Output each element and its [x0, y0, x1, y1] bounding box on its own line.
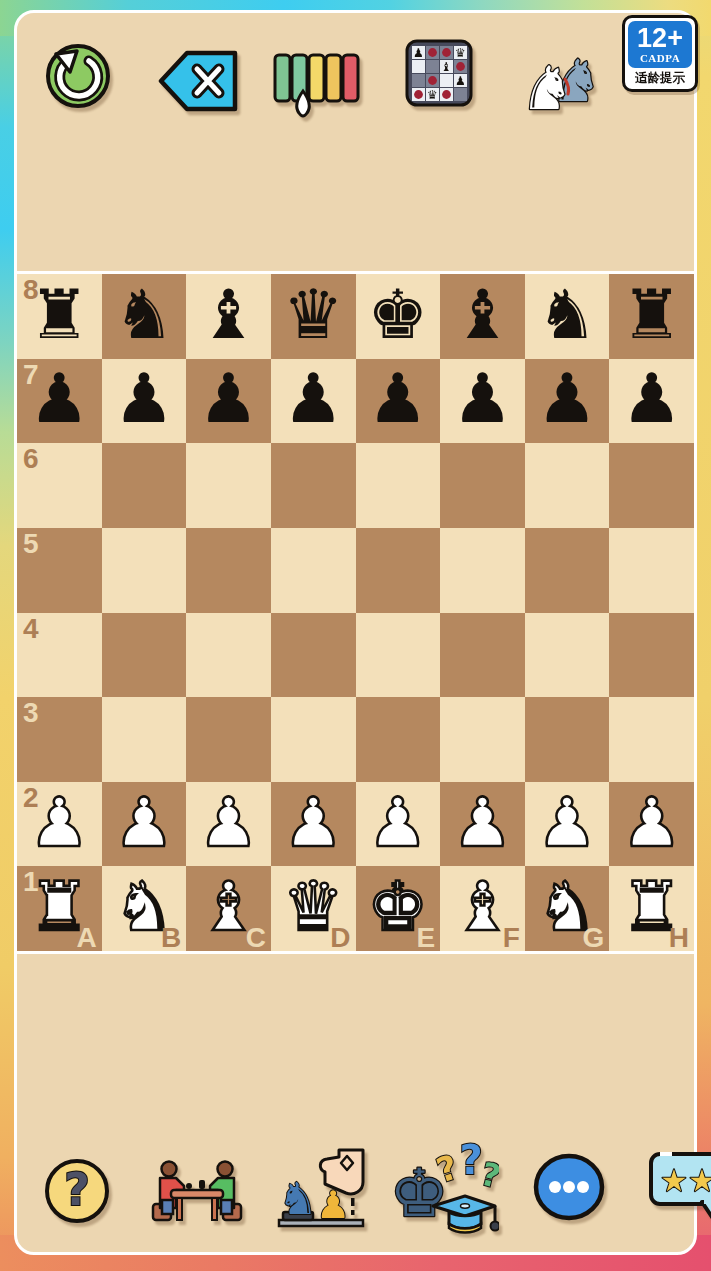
black-knight: ♞	[537, 281, 598, 352]
black-pawn: ♟	[621, 365, 682, 436]
two-knights-button[interactable]: ♞ ♞	[513, 37, 611, 117]
square-b4[interactable]	[102, 613, 187, 698]
square-f1[interactable]: F♝	[440, 866, 525, 951]
square-c7[interactable]: ♟	[186, 359, 271, 444]
svg-text:♝: ♝	[441, 60, 452, 74]
color-meter-icon	[269, 51, 365, 123]
black-pawn: ♟	[452, 365, 513, 436]
backspace-icon	[157, 47, 241, 115]
square-h3[interactable]	[609, 697, 694, 782]
svg-text:★: ★	[689, 1163, 711, 1198]
square-e7[interactable]: ♟	[356, 359, 441, 444]
file-label: B	[161, 922, 181, 954]
square-d7[interactable]: ♟	[271, 359, 356, 444]
review-button[interactable]: ★ ★	[648, 1146, 711, 1226]
svg-text:♟: ♟	[455, 74, 466, 88]
hand-move-piece-icon: ♞ ♟	[275, 1144, 367, 1232]
black-bishop: ♝	[198, 281, 259, 352]
hand-move-piece-button[interactable]: ♞ ♟	[275, 1144, 367, 1232]
square-e4[interactable]	[356, 613, 441, 698]
square-g2[interactable]: ♟	[525, 782, 610, 867]
square-h4[interactable]	[609, 613, 694, 698]
square-e5[interactable]	[356, 528, 441, 613]
square-b3[interactable]	[102, 697, 187, 782]
file-label: C	[246, 922, 266, 954]
svg-text:?: ?	[459, 1138, 482, 1183]
black-pawn: ♟	[113, 365, 174, 436]
square-b1[interactable]: B♞	[102, 866, 187, 951]
rank-label: 5	[23, 528, 39, 560]
svg-text:♛: ♛	[455, 46, 466, 60]
square-b8[interactable]: ♞	[102, 274, 187, 359]
file-label: F	[503, 922, 520, 954]
black-rook: ♜	[621, 281, 682, 352]
age-rating-blue-box: 12+ CADPA	[628, 21, 692, 68]
rank-label: 6	[23, 443, 39, 475]
chess-learning-button[interactable]: ♚ ? ? ?	[389, 1138, 499, 1238]
square-g3[interactable]	[525, 697, 610, 782]
app-panel: ♟ ♛ ♝ ♟ ♛ ♞ ♞ 12+ CADPA 适龄提示 8♜	[14, 10, 697, 1255]
help-icon: ?	[42, 1156, 112, 1226]
review-bubble-icon: ★ ★	[648, 1146, 711, 1226]
rank-label: 7	[23, 359, 39, 391]
square-h2[interactable]: ♟	[609, 782, 694, 867]
square-h5[interactable]	[609, 528, 694, 613]
svg-text:♟: ♟	[413, 46, 424, 60]
square-f2[interactable]: ♟	[440, 782, 525, 867]
square-a3[interactable]: 3	[17, 697, 102, 782]
square-c1[interactable]: C♝	[186, 866, 271, 951]
black-knight: ♞	[113, 281, 174, 352]
square-g8[interactable]: ♞	[525, 274, 610, 359]
white-pawn: ♟	[452, 789, 513, 860]
square-c3[interactable]	[186, 697, 271, 782]
black-bishop: ♝	[452, 281, 513, 352]
square-g7[interactable]: ♟	[525, 359, 610, 444]
square-h1[interactable]: H♜	[609, 866, 694, 951]
top-toolbar: ♟ ♛ ♝ ♟ ♛ ♞ ♞ 12+ CADPA 适龄提示	[17, 13, 694, 271]
backspace-button[interactable]	[157, 47, 241, 115]
square-b7[interactable]: ♟	[102, 359, 187, 444]
square-d8[interactable]: ♛	[271, 274, 356, 359]
file-label: H	[669, 922, 689, 954]
restart-icon	[43, 41, 113, 111]
file-label: A	[76, 922, 96, 954]
square-f8[interactable]: ♝	[440, 274, 525, 359]
white-pawn: ♟	[621, 789, 682, 860]
age-rating-badge: 12+ CADPA 适龄提示	[622, 15, 698, 92]
white-pawn: ♟	[537, 789, 598, 860]
file-label: E	[416, 922, 435, 954]
square-f6[interactable]	[440, 443, 525, 528]
file-label: D	[330, 922, 350, 954]
players-table-icon	[147, 1144, 247, 1232]
black-pawn: ♟	[367, 365, 428, 436]
two-knights-icon: ♞ ♞	[513, 37, 611, 117]
black-pawn: ♟	[537, 365, 598, 436]
white-pawn: ♟	[198, 789, 259, 860]
square-h7[interactable]: ♟	[609, 359, 694, 444]
square-c6[interactable]	[186, 443, 271, 528]
square-c8[interactable]: ♝	[186, 274, 271, 359]
file-label: G	[583, 922, 605, 954]
svg-text:★: ★	[661, 1163, 688, 1198]
restart-button[interactable]	[43, 41, 113, 111]
mini-chessboard-icon: ♟ ♛ ♝ ♟ ♛	[405, 39, 473, 107]
help-button[interactable]: ?	[42, 1156, 112, 1226]
age-rating-label: 适龄提示	[628, 68, 692, 88]
square-f4[interactable]	[440, 613, 525, 698]
square-b5[interactable]	[102, 528, 187, 613]
square-b6[interactable]	[102, 443, 187, 528]
square-b2[interactable]: ♟	[102, 782, 187, 867]
square-e2[interactable]: ♟	[356, 782, 441, 867]
rank-label: 1	[23, 866, 39, 898]
square-e1[interactable]: E♚	[356, 866, 441, 951]
square-g1[interactable]: G♞	[525, 866, 610, 951]
chat-button[interactable]	[529, 1150, 609, 1224]
square-a7[interactable]: 7♟	[17, 359, 102, 444]
square-g6[interactable]	[525, 443, 610, 528]
square-c5[interactable]	[186, 528, 271, 613]
white-pawn: ♟	[113, 789, 174, 860]
age-rating-text: 12+	[628, 24, 692, 52]
square-a2[interactable]: 2♟	[17, 782, 102, 867]
square-f7[interactable]: ♟	[440, 359, 525, 444]
square-f5[interactable]	[440, 528, 525, 613]
square-d4[interactable]	[271, 613, 356, 698]
black-pawn: ♟	[198, 365, 259, 436]
square-a5[interactable]: 5	[17, 528, 102, 613]
square-a1[interactable]: 1A♜	[17, 866, 102, 951]
svg-text:♞: ♞	[520, 53, 574, 117]
black-queen: ♛	[283, 281, 344, 352]
square-d1[interactable]: D♛	[271, 866, 356, 951]
players-table-button[interactable]	[147, 1144, 247, 1232]
square-c4[interactable]	[186, 613, 271, 698]
svg-text:♛: ♛	[427, 88, 438, 102]
rank-label: 3	[23, 697, 39, 729]
svg-text:♞: ♞	[278, 1173, 317, 1224]
square-e8[interactable]: ♚	[356, 274, 441, 359]
square-a8[interactable]: 8♜	[17, 274, 102, 359]
square-g4[interactable]	[525, 613, 610, 698]
white-pawn: ♟	[283, 789, 344, 860]
black-pawn: ♟	[283, 365, 344, 436]
rank-label: 2	[23, 782, 39, 814]
square-e6[interactable]	[356, 443, 441, 528]
bottom-toolbar: ? ♞	[17, 954, 694, 1252]
mini-chessboard-button[interactable]: ♟ ♛ ♝ ♟ ♛	[405, 39, 473, 107]
black-king: ♚	[367, 281, 428, 352]
square-a4[interactable]: 4	[17, 613, 102, 698]
square-d6[interactable]	[271, 443, 356, 528]
square-f3[interactable]	[440, 697, 525, 782]
white-pawn: ♟	[367, 789, 428, 860]
age-rating-org: CADPA	[628, 52, 692, 64]
color-meter-button[interactable]	[269, 51, 365, 123]
square-c2[interactable]: ♟	[186, 782, 271, 867]
rank-label: 8	[23, 274, 39, 306]
square-h8[interactable]: ♜	[609, 274, 694, 359]
square-e3[interactable]	[356, 697, 441, 782]
square-d2[interactable]: ♟	[271, 782, 356, 867]
rank-label: 4	[23, 613, 39, 645]
chat-dots-icon	[529, 1150, 609, 1224]
square-d5[interactable]	[271, 528, 356, 613]
square-a6[interactable]: 6	[17, 443, 102, 528]
square-d3[interactable]	[271, 697, 356, 782]
chess-board: 8♜♞♝♛♚♝♞♜7♟♟♟♟♟♟♟♟65432♟♟♟♟♟♟♟♟1A♜B♞C♝D♛…	[17, 271, 694, 954]
chess-learning-icon: ♚ ? ? ?	[389, 1138, 499, 1238]
square-g5[interactable]	[525, 528, 610, 613]
square-h6[interactable]	[609, 443, 694, 528]
question-mark: ?	[64, 1164, 90, 1215]
